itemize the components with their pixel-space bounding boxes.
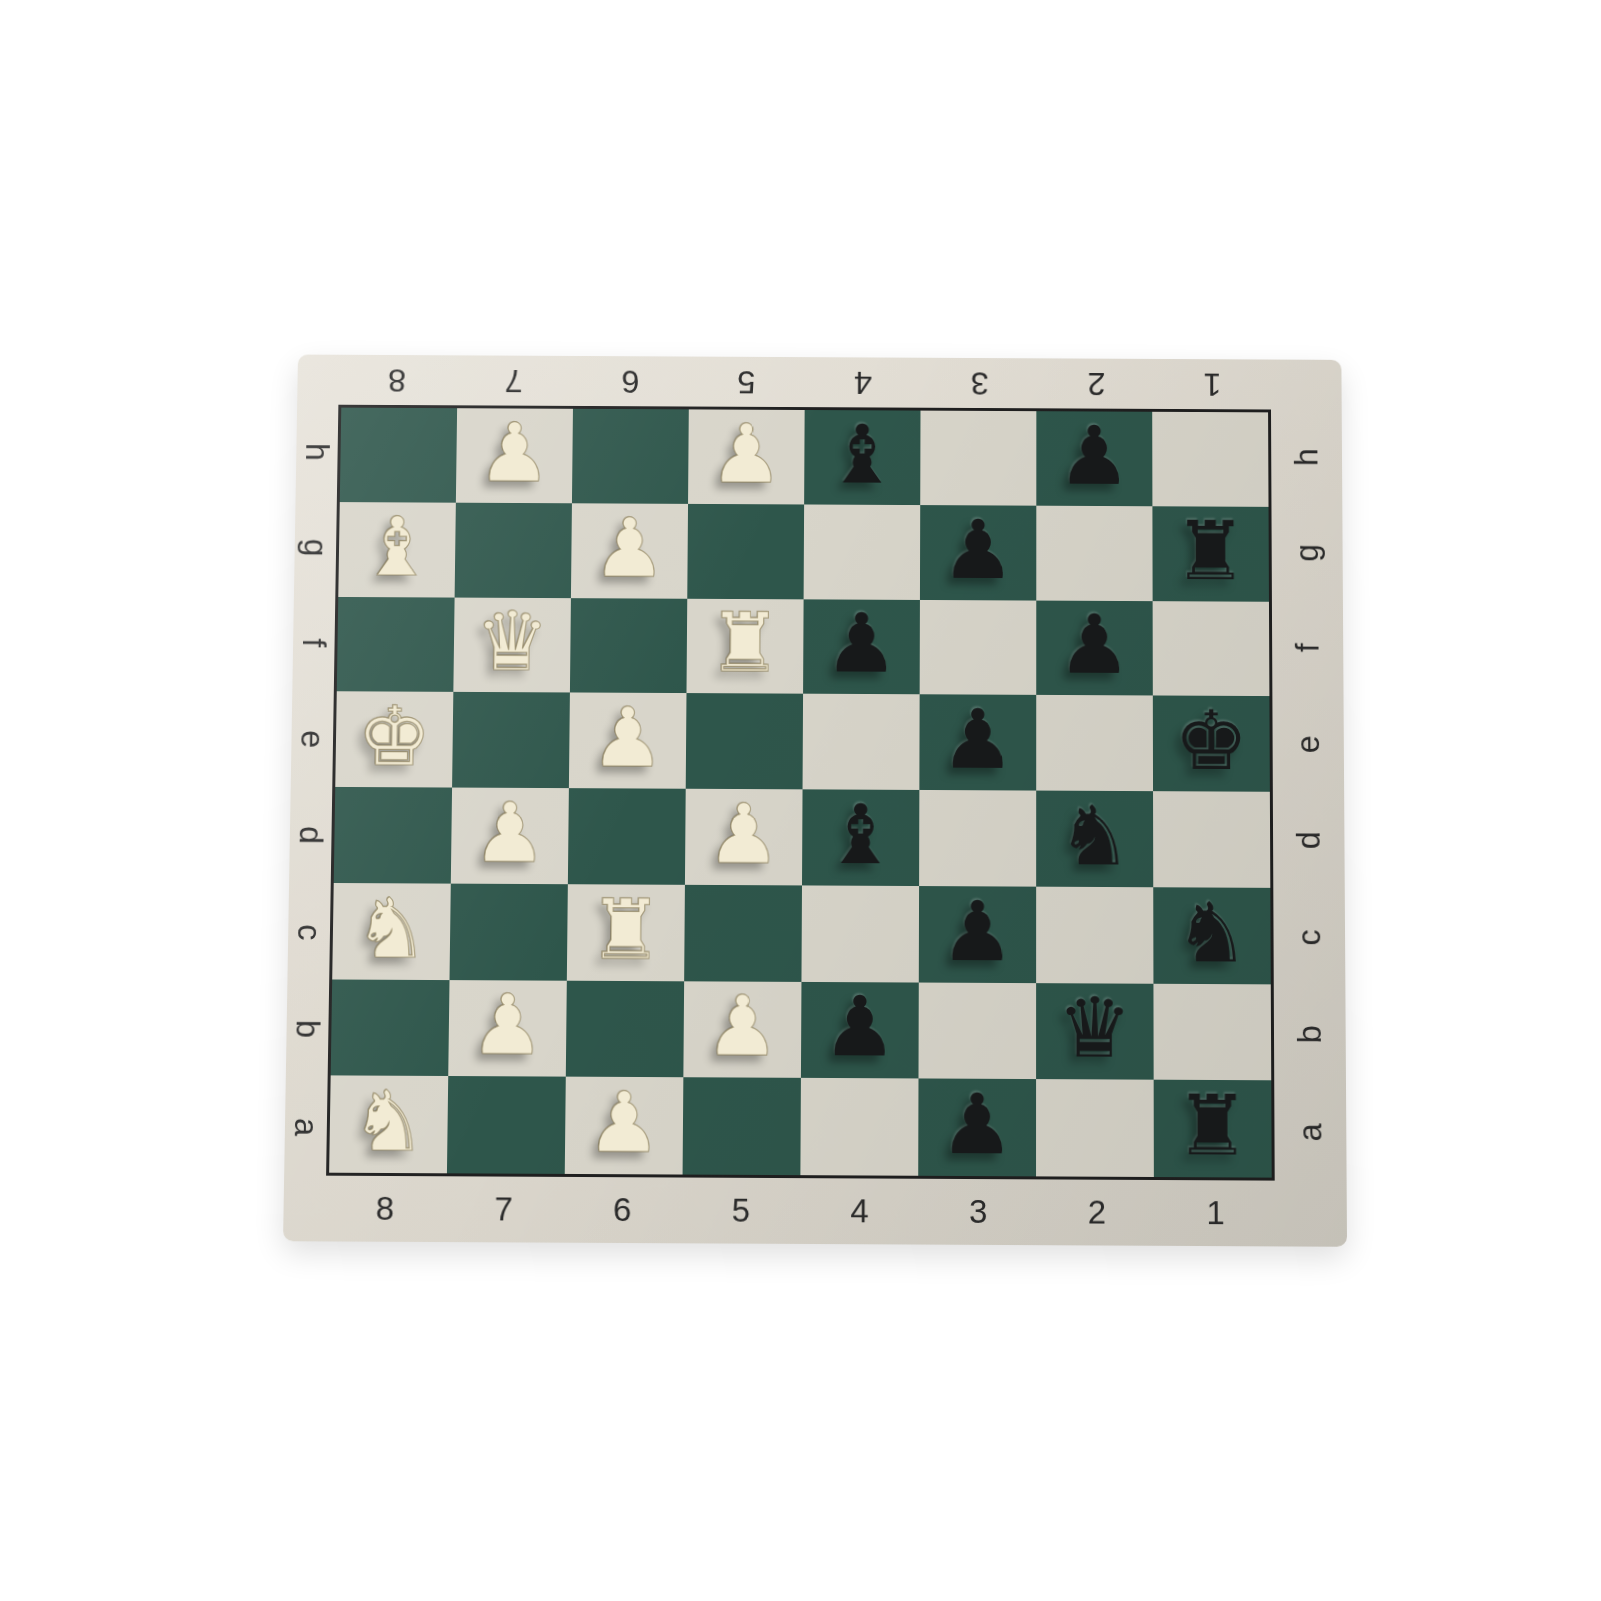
- square-c5[interactable]: [684, 885, 802, 982]
- square-a5[interactable]: [683, 1077, 801, 1175]
- square-a8[interactable]: ♞: [329, 1076, 448, 1174]
- black-pawn[interactable]: ♟: [822, 985, 897, 1068]
- square-d8[interactable]: [334, 787, 452, 883]
- black-knight[interactable]: ♞: [1174, 891, 1249, 974]
- black-bishop[interactable]: ♝: [823, 793, 898, 876]
- square-g7[interactable]: [455, 502, 572, 597]
- square-b3[interactable]: [918, 982, 1036, 1079]
- square-b2[interactable]: ♛: [1036, 983, 1154, 1080]
- square-f2[interactable]: ♟: [1036, 600, 1153, 696]
- black-pawn[interactable]: ♟: [1057, 415, 1131, 496]
- white-rook[interactable]: ♜: [588, 888, 664, 971]
- square-h1[interactable]: [1152, 412, 1268, 507]
- white-pawn[interactable]: ♟: [472, 791, 548, 874]
- rank-label-7-bottom: 7: [444, 1176, 563, 1242]
- white-pawn[interactable]: ♟: [709, 413, 784, 494]
- square-e7[interactable]: [452, 692, 570, 788]
- square-g2[interactable]: [1036, 505, 1152, 600]
- rank-label-5-top: 5: [688, 357, 805, 408]
- white-pawn[interactable]: ♟: [706, 793, 781, 876]
- square-f8[interactable]: [337, 596, 455, 692]
- square-d1[interactable]: [1153, 791, 1270, 887]
- rank-label-1-bottom: 1: [1156, 1180, 1275, 1246]
- file-labels-right: hgfedcba: [1271, 410, 1347, 1181]
- rank-label-1-top: 1: [1154, 359, 1271, 410]
- square-c1[interactable]: ♞: [1153, 887, 1271, 984]
- black-king[interactable]: ♚: [1174, 700, 1249, 782]
- black-pawn[interactable]: ♟: [1057, 604, 1131, 686]
- rank-label-2-bottom: 2: [1038, 1179, 1157, 1245]
- square-c3[interactable]: ♟: [919, 886, 1036, 983]
- square-e5[interactable]: [686, 693, 803, 789]
- rank-label-4-top: 4: [805, 357, 922, 408]
- square-h3[interactable]: [920, 411, 1036, 506]
- square-a6[interactable]: ♟: [565, 1077, 684, 1175]
- square-f7[interactable]: ♛: [453, 597, 571, 693]
- square-a2[interactable]: [1036, 1079, 1154, 1177]
- square-e3[interactable]: ♟: [919, 695, 1036, 791]
- rank-labels-bottom: 87654321: [325, 1176, 1275, 1247]
- white-bishop[interactable]: ♝: [359, 506, 434, 588]
- square-d5[interactable]: ♟: [685, 789, 803, 885]
- white-pawn[interactable]: ♟: [590, 697, 665, 779]
- black-rook[interactable]: ♜: [1175, 1084, 1250, 1168]
- file-label-c-right: c: [1260, 901, 1358, 972]
- square-d3[interactable]: [919, 790, 1036, 886]
- black-pawn[interactable]: ♟: [941, 509, 1015, 591]
- square-a4[interactable]: [800, 1078, 918, 1176]
- square-g4[interactable]: [804, 504, 921, 599]
- square-f6[interactable]: [570, 598, 687, 694]
- square-h4[interactable]: ♝: [804, 410, 920, 505]
- white-queen[interactable]: ♛: [475, 601, 550, 683]
- white-pawn[interactable]: ♟: [477, 412, 552, 493]
- file-label-f-right: f: [1259, 613, 1357, 684]
- rank-label-3-top: 3: [921, 358, 1038, 409]
- rank-label-8-bottom: 8: [325, 1176, 445, 1242]
- white-knight[interactable]: ♞: [351, 1080, 427, 1164]
- square-c2[interactable]: [1036, 886, 1153, 983]
- square-e1[interactable]: ♚: [1153, 696, 1270, 792]
- file-label-b-right: b: [1261, 998, 1359, 1070]
- rank-label-6-top: 6: [572, 356, 689, 407]
- black-pawn[interactable]: ♟: [940, 1083, 1015, 1167]
- square-d7[interactable]: ♟: [451, 788, 569, 884]
- square-g8[interactable]: ♝: [338, 502, 456, 597]
- square-h5[interactable]: ♟: [688, 409, 805, 504]
- square-c7[interactable]: [450, 883, 568, 980]
- white-pawn[interactable]: ♟: [592, 507, 667, 589]
- square-h2[interactable]: ♟: [1036, 411, 1152, 506]
- square-a1[interactable]: ♜: [1154, 1080, 1272, 1178]
- file-label-d-right: d: [1260, 805, 1358, 876]
- file-label-a-right: a: [1261, 1096, 1360, 1168]
- square-h7[interactable]: ♟: [456, 408, 573, 503]
- square-a7[interactable]: [447, 1076, 566, 1174]
- square-h8[interactable]: [340, 408, 457, 503]
- square-d6[interactable]: [568, 788, 686, 884]
- rank-label-4-bottom: 4: [800, 1178, 919, 1244]
- square-g1[interactable]: ♜: [1152, 506, 1269, 601]
- product-photo-background: 87654321 87654321 hgfedcba hgfedcba ♟♟♝♟…: [0, 0, 1601, 1601]
- board-grid: ♟♟♝♟♝♟♟♜♛♜♟♟♚♟♟♚♟♟♝♞♞♜♟♞♟♟♟♛♞♟♟♜: [326, 405, 1275, 1181]
- file-label-g-right: g: [1258, 517, 1355, 587]
- square-c8[interactable]: ♞: [332, 883, 451, 980]
- square-g5[interactable]: [687, 504, 804, 599]
- square-b7[interactable]: ♟: [448, 980, 567, 1077]
- black-knight[interactable]: ♞: [1057, 794, 1132, 877]
- square-c6[interactable]: ♜: [567, 884, 685, 981]
- square-g3[interactable]: ♟: [920, 505, 1036, 600]
- white-pawn[interactable]: ♟: [470, 984, 546, 1067]
- square-f4[interactable]: ♟: [803, 599, 920, 695]
- black-pawn[interactable]: ♟: [941, 698, 1016, 780]
- square-d2[interactable]: ♞: [1036, 791, 1153, 887]
- file-label-h-right: h: [1258, 422, 1355, 492]
- black-pawn[interactable]: ♟: [940, 890, 1015, 973]
- square-h6[interactable]: [572, 409, 689, 504]
- rank-label-7-top: 7: [455, 355, 572, 406]
- black-queen[interactable]: ♛: [1057, 987, 1132, 1070]
- chess-mat: 87654321 87654321 hgfedcba hgfedcba ♟♟♝♟…: [283, 355, 1347, 1247]
- white-knight[interactable]: ♞: [354, 887, 430, 970]
- rank-label-8-top: 8: [338, 355, 455, 406]
- file-label-e-right: e: [1259, 708, 1357, 779]
- square-f5[interactable]: ♜: [686, 598, 803, 694]
- rank-label-6-bottom: 6: [563, 1177, 682, 1243]
- black-bishop[interactable]: ♝: [825, 414, 899, 495]
- square-g6[interactable]: ♟: [571, 503, 688, 598]
- square-b6[interactable]: [566, 980, 684, 1077]
- black-rook[interactable]: ♜: [1173, 510, 1247, 592]
- square-f1[interactable]: [1153, 601, 1270, 697]
- white-pawn[interactable]: ♟: [705, 985, 781, 1068]
- square-e8[interactable]: ♚: [335, 692, 453, 788]
- white-pawn[interactable]: ♟: [586, 1081, 662, 1165]
- black-pawn[interactable]: ♟: [824, 603, 899, 685]
- rank-labels-top: 87654321: [338, 355, 1271, 410]
- square-f3[interactable]: [920, 599, 1037, 695]
- square-a3[interactable]: ♟: [918, 1079, 1036, 1177]
- square-d4[interactable]: ♝: [802, 789, 919, 885]
- square-e6[interactable]: ♟: [569, 693, 687, 789]
- square-e4[interactable]: [803, 694, 920, 790]
- rank-label-5-bottom: 5: [681, 1178, 800, 1244]
- square-e2[interactable]: [1036, 695, 1153, 791]
- square-c4[interactable]: [801, 885, 919, 982]
- square-b1[interactable]: [1153, 983, 1271, 1080]
- white-king[interactable]: ♚: [357, 695, 433, 777]
- rank-label-2-top: 2: [1038, 358, 1155, 409]
- square-b8[interactable]: [331, 979, 450, 1076]
- square-b4[interactable]: ♟: [801, 981, 919, 1078]
- white-rook[interactable]: ♜: [708, 602, 783, 684]
- rank-label-3-bottom: 3: [919, 1179, 1038, 1245]
- square-b5[interactable]: ♟: [683, 981, 801, 1078]
